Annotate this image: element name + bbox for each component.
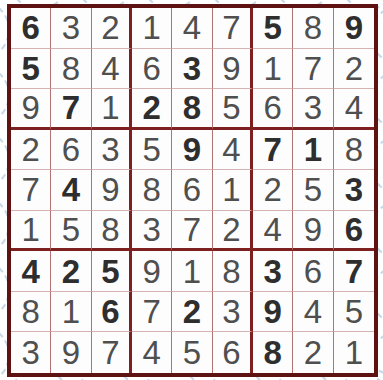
cell-r7c8[interactable]: 6	[293, 251, 333, 292]
cell-r7c6[interactable]: 8	[213, 251, 253, 292]
cell-r1c6[interactable]: 7	[213, 8, 253, 49]
cell-r8c1[interactable]: 8	[11, 292, 51, 333]
cell-r4c5[interactable]: 9	[172, 130, 212, 171]
cell-r4c9[interactable]: 8	[334, 130, 374, 171]
cell-r4c8[interactable]: 1	[293, 130, 333, 171]
cell-r9c7[interactable]: 8	[253, 332, 293, 373]
cell-r5c4[interactable]: 8	[132, 170, 172, 211]
cell-r9c6[interactable]: 6	[213, 332, 253, 373]
cell-r9c5[interactable]: 5	[172, 332, 212, 373]
cell-r3c2[interactable]: 7	[51, 89, 91, 130]
cell-r2c1[interactable]: 5	[11, 49, 51, 90]
cell-r3c3[interactable]: 1	[92, 89, 132, 130]
cell-r1c5[interactable]: 4	[172, 8, 212, 49]
cell-r5c8[interactable]: 5	[293, 170, 333, 211]
cell-r2c3[interactable]: 4	[92, 49, 132, 90]
cell-r6c7[interactable]: 4	[253, 211, 293, 252]
cell-r5c2[interactable]: 4	[51, 170, 91, 211]
cell-r9c2[interactable]: 9	[51, 332, 91, 373]
cell-r4c4[interactable]: 5	[132, 130, 172, 171]
cell-r7c4[interactable]: 9	[132, 251, 172, 292]
cell-r8c3[interactable]: 6	[92, 292, 132, 333]
cell-r1c7[interactable]: 5	[253, 8, 293, 49]
cell-r3c1[interactable]: 9	[11, 89, 51, 130]
cell-r1c8[interactable]: 8	[293, 8, 333, 49]
cell-r1c4[interactable]: 1	[132, 8, 172, 49]
cell-r3c5[interactable]: 8	[172, 89, 212, 130]
cell-r6c3[interactable]: 8	[92, 211, 132, 252]
cell-r2c7[interactable]: 1	[253, 49, 293, 90]
cell-r7c1[interactable]: 4	[11, 251, 51, 292]
cell-r1c1[interactable]: 6	[11, 8, 51, 49]
cell-r2c2[interactable]: 8	[51, 49, 91, 90]
cell-r7c5[interactable]: 1	[172, 251, 212, 292]
cell-r5c5[interactable]: 6	[172, 170, 212, 211]
cell-r3c4[interactable]: 2	[132, 89, 172, 130]
sudoku-board: 6321475895846391729712856342635947187498…	[7, 4, 378, 377]
cell-r6c4[interactable]: 3	[132, 211, 172, 252]
cell-r7c9[interactable]: 7	[334, 251, 374, 292]
cell-r4c3[interactable]: 3	[92, 130, 132, 171]
cell-r8c2[interactable]: 1	[51, 292, 91, 333]
cell-r2c5[interactable]: 3	[172, 49, 212, 90]
cell-r3c7[interactable]: 6	[253, 89, 293, 130]
cell-r4c1[interactable]: 2	[11, 130, 51, 171]
cell-r8c6[interactable]: 3	[213, 292, 253, 333]
cell-r8c5[interactable]: 2	[172, 292, 212, 333]
cell-r5c1[interactable]: 7	[11, 170, 51, 211]
cell-r9c9[interactable]: 1	[334, 332, 374, 373]
cell-r4c7[interactable]: 7	[253, 130, 293, 171]
cell-r3c6[interactable]: 5	[213, 89, 253, 130]
cell-r7c7[interactable]: 3	[253, 251, 293, 292]
cell-r8c4[interactable]: 7	[132, 292, 172, 333]
cell-r6c6[interactable]: 2	[213, 211, 253, 252]
cell-r2c4[interactable]: 6	[132, 49, 172, 90]
cell-r5c3[interactable]: 9	[92, 170, 132, 211]
cell-r2c9[interactable]: 2	[334, 49, 374, 90]
cell-r1c3[interactable]: 2	[92, 8, 132, 49]
cell-r8c9[interactable]: 5	[334, 292, 374, 333]
cell-r2c6[interactable]: 9	[213, 49, 253, 90]
cell-r6c1[interactable]: 1	[11, 211, 51, 252]
cell-r5c6[interactable]: 1	[213, 170, 253, 211]
cell-r7c3[interactable]: 5	[92, 251, 132, 292]
cell-r9c4[interactable]: 4	[132, 332, 172, 373]
cell-r5c7[interactable]: 2	[253, 170, 293, 211]
cell-r6c8[interactable]: 9	[293, 211, 333, 252]
cell-r9c3[interactable]: 7	[92, 332, 132, 373]
cell-r7c2[interactable]: 2	[51, 251, 91, 292]
cell-r8c8[interactable]: 4	[293, 292, 333, 333]
cell-r5c9[interactable]: 3	[334, 170, 374, 211]
cell-r6c9[interactable]: 6	[334, 211, 374, 252]
cell-r6c2[interactable]: 5	[51, 211, 91, 252]
cell-r3c8[interactable]: 3	[293, 89, 333, 130]
cell-r1c9[interactable]: 9	[334, 8, 374, 49]
cell-r4c2[interactable]: 6	[51, 130, 91, 171]
cell-r2c8[interactable]: 7	[293, 49, 333, 90]
cell-r8c7[interactable]: 9	[253, 292, 293, 333]
cell-r4c6[interactable]: 4	[213, 130, 253, 171]
cell-r9c8[interactable]: 2	[293, 332, 333, 373]
cell-r1c2[interactable]: 3	[51, 8, 91, 49]
cell-r6c5[interactable]: 7	[172, 211, 212, 252]
cell-r9c1[interactable]: 3	[11, 332, 51, 373]
cell-r3c9[interactable]: 4	[334, 89, 374, 130]
